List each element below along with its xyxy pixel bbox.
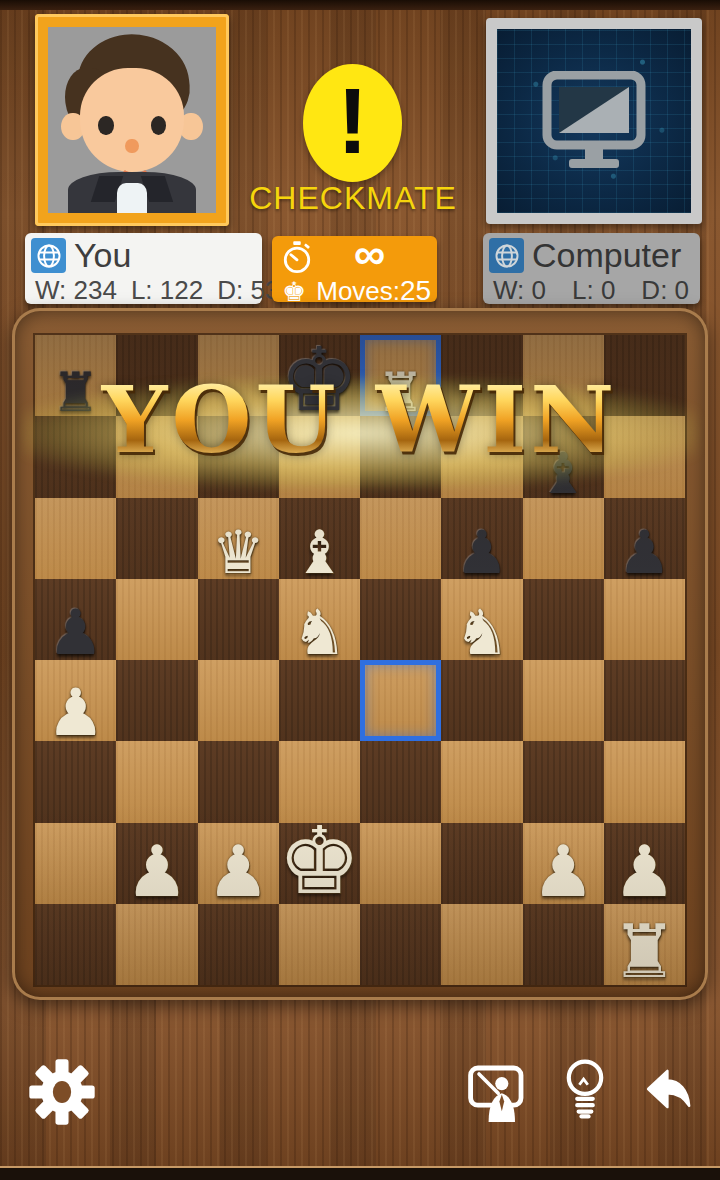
square-d2[interactable]: ♚ bbox=[279, 823, 360, 904]
piece-white-R-e8: ♜ bbox=[376, 366, 424, 420]
square-g7[interactable]: ♝ bbox=[523, 416, 604, 497]
player-name: You bbox=[74, 236, 131, 275]
square-c6[interactable]: ♛ bbox=[198, 498, 279, 579]
square-h3[interactable] bbox=[604, 741, 685, 822]
monitor-icon bbox=[539, 71, 649, 171]
king-icon: ♚ bbox=[282, 278, 306, 305]
piece-black-R-a8: ♜ bbox=[51, 366, 99, 420]
checkmate-label: CHECKMATE bbox=[208, 180, 498, 217]
piece-white-N-f5: ♞ bbox=[454, 602, 510, 664]
square-h1[interactable]: ♜ bbox=[604, 904, 685, 985]
square-g3[interactable] bbox=[523, 741, 604, 822]
square-c1[interactable] bbox=[198, 904, 279, 985]
exclamation-mark: ! bbox=[337, 75, 368, 167]
square-e7[interactable] bbox=[360, 416, 441, 497]
square-e1[interactable] bbox=[360, 904, 441, 985]
player-wins: W: 234 bbox=[35, 275, 117, 306]
square-c4[interactable] bbox=[198, 660, 279, 741]
computer-stats-card: Computer W: 0 L: 0 D: 0 bbox=[483, 233, 700, 304]
square-a5[interactable]: ♟ bbox=[35, 579, 116, 660]
computer-wins: W: 0 bbox=[493, 275, 546, 306]
piece-black-B-g7: ♝ bbox=[538, 445, 589, 502]
square-a8[interactable]: ♜ bbox=[35, 335, 116, 416]
piece-white-P-c2: ♟ bbox=[206, 837, 269, 908]
piece-black-P-f6: ♟ bbox=[455, 523, 508, 583]
square-g5[interactable] bbox=[523, 579, 604, 660]
square-f8[interactable] bbox=[441, 335, 522, 416]
player-avatar bbox=[35, 14, 229, 226]
square-b1[interactable] bbox=[116, 904, 197, 985]
player-record: W: 234 L: 122 D: 53 bbox=[25, 275, 262, 306]
square-g6[interactable] bbox=[523, 498, 604, 579]
square-b7[interactable] bbox=[116, 416, 197, 497]
square-c7[interactable] bbox=[198, 416, 279, 497]
moves-count: 25 bbox=[400, 275, 431, 307]
square-f4[interactable] bbox=[441, 660, 522, 741]
square-d7[interactable] bbox=[279, 416, 360, 497]
globe-icon bbox=[489, 238, 524, 273]
player-stats-card: You W: 234 L: 122 D: 53 bbox=[25, 233, 262, 304]
square-a3[interactable] bbox=[35, 741, 116, 822]
square-g2[interactable]: ♟ bbox=[523, 823, 604, 904]
square-a7[interactable] bbox=[35, 416, 116, 497]
square-f5[interactable]: ♞ bbox=[441, 579, 522, 660]
piece-white-P-b2: ♟ bbox=[125, 837, 188, 908]
square-e8[interactable]: ♜ bbox=[360, 335, 441, 416]
stopwatch-icon bbox=[282, 241, 312, 275]
square-e2[interactable] bbox=[360, 823, 441, 904]
player-avatar-photo bbox=[48, 27, 216, 213]
top-edge-strip bbox=[0, 0, 720, 10]
moves-label: Moves: bbox=[316, 276, 400, 307]
square-c3[interactable] bbox=[198, 741, 279, 822]
square-e6[interactable] bbox=[360, 498, 441, 579]
settings-button[interactable] bbox=[28, 1058, 96, 1130]
tutor-button[interactable] bbox=[466, 1062, 528, 1126]
square-h2[interactable]: ♟ bbox=[604, 823, 685, 904]
square-b3[interactable] bbox=[116, 741, 197, 822]
square-f1[interactable] bbox=[441, 904, 522, 985]
square-e4[interactable] bbox=[360, 660, 441, 741]
square-h4[interactable] bbox=[604, 660, 685, 741]
piece-white-P-a4: ♟ bbox=[46, 680, 104, 745]
square-f7[interactable] bbox=[441, 416, 522, 497]
lightbulb-icon bbox=[560, 1058, 610, 1120]
chess-board: ♜♚♜♝♛♝♟♟♟♞♞♟♟♟♚♟♟♜ YOU WIN bbox=[12, 308, 708, 1000]
undo-button[interactable] bbox=[636, 1060, 694, 1122]
square-e3[interactable] bbox=[360, 741, 441, 822]
square-b2[interactable]: ♟ bbox=[116, 823, 197, 904]
piece-white-P-g2: ♟ bbox=[531, 837, 594, 908]
hint-button[interactable] bbox=[560, 1058, 610, 1124]
computer-avatar bbox=[486, 18, 702, 224]
square-g8[interactable] bbox=[523, 335, 604, 416]
piece-white-B-d6: ♝ bbox=[293, 523, 346, 583]
piece-white-Q-c6: ♛ bbox=[211, 523, 264, 583]
piece-black-P-a5: ♟ bbox=[48, 602, 104, 664]
square-h8[interactable] bbox=[604, 335, 685, 416]
globe-icon bbox=[31, 238, 66, 273]
piece-white-K-d2: ♚ bbox=[278, 815, 361, 908]
piece-white-N-d5: ♞ bbox=[291, 602, 347, 664]
square-f6[interactable]: ♟ bbox=[441, 498, 522, 579]
square-f3[interactable] bbox=[441, 741, 522, 822]
computer-record: W: 0 L: 0 D: 0 bbox=[483, 275, 700, 306]
computer-avatar-photo bbox=[497, 29, 691, 213]
square-d4[interactable] bbox=[279, 660, 360, 741]
square-d6[interactable]: ♝ bbox=[279, 498, 360, 579]
square-h5[interactable] bbox=[604, 579, 685, 660]
square-c2[interactable]: ♟ bbox=[198, 823, 279, 904]
moves-panel: ∞ ♚ Moves: 25 bbox=[272, 236, 437, 302]
square-a4[interactable]: ♟ bbox=[35, 660, 116, 741]
square-f2[interactable] bbox=[441, 823, 522, 904]
square-e5[interactable] bbox=[360, 579, 441, 660]
square-c8[interactable] bbox=[198, 335, 279, 416]
square-b5[interactable] bbox=[116, 579, 197, 660]
exclamation-badge: ! bbox=[303, 64, 402, 182]
computer-losses: L: 0 bbox=[572, 275, 615, 306]
square-d5[interactable]: ♞ bbox=[279, 579, 360, 660]
player-draws: D: 53 bbox=[217, 275, 279, 306]
square-b4[interactable] bbox=[116, 660, 197, 741]
player-losses: L: 122 bbox=[131, 275, 203, 306]
computer-name: Computer bbox=[532, 236, 681, 275]
square-g1[interactable] bbox=[523, 904, 604, 985]
undo-arrow-icon bbox=[636, 1060, 694, 1118]
gear-icon bbox=[28, 1058, 96, 1126]
square-h7[interactable] bbox=[604, 416, 685, 497]
teacher-icon bbox=[466, 1062, 528, 1122]
square-a1[interactable] bbox=[35, 904, 116, 985]
square-a2[interactable] bbox=[35, 823, 116, 904]
square-c5[interactable] bbox=[198, 579, 279, 660]
square-a6[interactable] bbox=[35, 498, 116, 579]
square-b8[interactable] bbox=[116, 335, 197, 416]
square-g4[interactable] bbox=[523, 660, 604, 741]
piece-white-R-h1: ♜ bbox=[611, 915, 677, 989]
board-grid: ♜♚♜♝♛♝♟♟♟♞♞♟♟♟♚♟♟♜ bbox=[35, 335, 685, 985]
square-d8[interactable]: ♚ bbox=[279, 335, 360, 416]
piece-white-P-h2: ♟ bbox=[613, 837, 676, 908]
piece-black-P-h6: ♟ bbox=[618, 523, 671, 583]
infinity-time-icon: ∞ bbox=[312, 236, 427, 271]
square-d1[interactable] bbox=[279, 904, 360, 985]
square-d3[interactable] bbox=[279, 741, 360, 822]
computer-draws: D: 0 bbox=[641, 275, 689, 306]
square-h6[interactable]: ♟ bbox=[604, 498, 685, 579]
square-b6[interactable] bbox=[116, 498, 197, 579]
bottom-edge-strip bbox=[0, 1166, 720, 1180]
piece-black-K-d8: ♚ bbox=[280, 336, 359, 424]
